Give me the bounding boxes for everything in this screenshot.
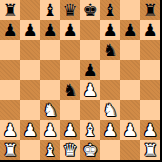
square-h3[interactable] xyxy=(140,100,160,120)
square-a2[interactable]: ♟ xyxy=(0,120,20,140)
square-c8[interactable]: ♝ xyxy=(40,0,60,20)
square-a1[interactable]: ♜ xyxy=(0,140,20,160)
piece-white-pawn[interactable]: ♟ xyxy=(62,120,77,140)
square-b4[interactable] xyxy=(20,80,40,100)
square-g8[interactable] xyxy=(120,0,140,20)
square-d4[interactable]: ♞ xyxy=(60,80,80,100)
square-b3[interactable] xyxy=(20,100,40,120)
piece-white-pawn[interactable]: ♟ xyxy=(102,120,117,140)
piece-black-pawn[interactable]: ♟ xyxy=(22,20,37,40)
square-f4[interactable] xyxy=(100,80,120,100)
piece-black-pawn[interactable]: ♟ xyxy=(62,20,77,40)
chess-board: ♜♝♛♚♝♜♟♟♟♟♟♟♟♞♟♞♟♞♞♟♟♟♟♝♟♟♟♜♝♛♚♜ xyxy=(0,0,162,162)
square-f1[interactable] xyxy=(100,140,120,160)
square-d8[interactable]: ♛ xyxy=(60,0,80,20)
square-c3[interactable]: ♞ xyxy=(40,100,60,120)
square-b2[interactable]: ♟ xyxy=(20,120,40,140)
square-c1[interactable]: ♝ xyxy=(40,140,60,160)
piece-black-pawn[interactable]: ♟ xyxy=(122,20,137,40)
square-g6[interactable] xyxy=(120,40,140,60)
piece-white-knight[interactable]: ♞ xyxy=(102,100,117,120)
square-f5[interactable] xyxy=(100,60,120,80)
square-d3[interactable] xyxy=(60,100,80,120)
piece-black-pawn[interactable]: ♟ xyxy=(82,60,97,80)
piece-black-rook[interactable]: ♜ xyxy=(2,0,17,20)
piece-black-pawn[interactable]: ♟ xyxy=(102,20,117,40)
piece-white-rook[interactable]: ♜ xyxy=(2,140,17,160)
square-a7[interactable]: ♟ xyxy=(0,20,20,40)
piece-black-rook[interactable]: ♜ xyxy=(142,0,157,20)
square-d2[interactable]: ♟ xyxy=(60,120,80,140)
square-c5[interactable] xyxy=(40,60,60,80)
square-g7[interactable]: ♟ xyxy=(120,20,140,40)
square-f3[interactable]: ♞ xyxy=(100,100,120,120)
square-d7[interactable]: ♟ xyxy=(60,20,80,40)
piece-white-king[interactable]: ♚ xyxy=(82,140,97,160)
piece-white-queen[interactable]: ♛ xyxy=(62,140,77,160)
square-a3[interactable] xyxy=(0,100,20,120)
piece-white-pawn[interactable]: ♟ xyxy=(122,120,137,140)
square-a8[interactable]: ♜ xyxy=(0,0,20,20)
piece-white-pawn[interactable]: ♟ xyxy=(82,80,97,100)
square-f6[interactable]: ♞ xyxy=(100,40,120,60)
piece-black-pawn[interactable]: ♟ xyxy=(2,20,17,40)
piece-black-bishop[interactable]: ♝ xyxy=(102,0,117,20)
square-e3[interactable] xyxy=(80,100,100,120)
piece-black-king[interactable]: ♚ xyxy=(82,0,97,20)
piece-white-pawn[interactable]: ♟ xyxy=(22,120,37,140)
piece-white-bishop[interactable]: ♝ xyxy=(82,120,97,140)
piece-white-rook[interactable]: ♜ xyxy=(142,140,157,160)
square-f7[interactable]: ♟ xyxy=(100,20,120,40)
square-b5[interactable] xyxy=(20,60,40,80)
square-e6[interactable] xyxy=(80,40,100,60)
square-d6[interactable] xyxy=(60,40,80,60)
square-e7[interactable] xyxy=(80,20,100,40)
piece-black-pawn[interactable]: ♟ xyxy=(142,20,157,40)
square-h2[interactable]: ♟ xyxy=(140,120,160,140)
square-c4[interactable] xyxy=(40,80,60,100)
piece-white-bishop[interactable]: ♝ xyxy=(42,140,57,160)
piece-white-knight[interactable]: ♞ xyxy=(42,100,57,120)
square-h7[interactable]: ♟ xyxy=(140,20,160,40)
square-h4[interactable] xyxy=(140,80,160,100)
square-c2[interactable]: ♟ xyxy=(40,120,60,140)
piece-black-queen[interactable]: ♛ xyxy=(62,0,77,20)
square-a6[interactable] xyxy=(0,40,20,60)
square-b7[interactable]: ♟ xyxy=(20,20,40,40)
square-g2[interactable]: ♟ xyxy=(120,120,140,140)
square-e5[interactable]: ♟ xyxy=(80,60,100,80)
square-g1[interactable] xyxy=(120,140,140,160)
square-a4[interactable] xyxy=(0,80,20,100)
square-h1[interactable]: ♜ xyxy=(140,140,160,160)
square-b6[interactable] xyxy=(20,40,40,60)
piece-black-pawn[interactable]: ♟ xyxy=(42,20,57,40)
piece-black-knight[interactable]: ♞ xyxy=(102,40,117,60)
square-b1[interactable] xyxy=(20,140,40,160)
square-d1[interactable]: ♛ xyxy=(60,140,80,160)
square-h5[interactable] xyxy=(140,60,160,80)
square-c6[interactable] xyxy=(40,40,60,60)
square-a5[interactable] xyxy=(0,60,20,80)
piece-white-pawn[interactable]: ♟ xyxy=(142,120,157,140)
square-c7[interactable]: ♟ xyxy=(40,20,60,40)
piece-black-knight[interactable]: ♞ xyxy=(62,80,77,100)
square-e2[interactable]: ♝ xyxy=(80,120,100,140)
square-f2[interactable]: ♟ xyxy=(100,120,120,140)
square-f8[interactable]: ♝ xyxy=(100,0,120,20)
square-h8[interactable]: ♜ xyxy=(140,0,160,20)
piece-white-pawn[interactable]: ♟ xyxy=(42,120,57,140)
square-d5[interactable] xyxy=(60,60,80,80)
square-g4[interactable] xyxy=(120,80,140,100)
square-e4[interactable]: ♟ xyxy=(80,80,100,100)
piece-black-bishop[interactable]: ♝ xyxy=(42,0,57,20)
square-e1[interactable]: ♚ xyxy=(80,140,100,160)
square-b8[interactable] xyxy=(20,0,40,20)
square-g3[interactable] xyxy=(120,100,140,120)
square-g5[interactable] xyxy=(120,60,140,80)
square-e8[interactable]: ♚ xyxy=(80,0,100,20)
piece-white-pawn[interactable]: ♟ xyxy=(2,120,17,140)
square-h6[interactable] xyxy=(140,40,160,60)
